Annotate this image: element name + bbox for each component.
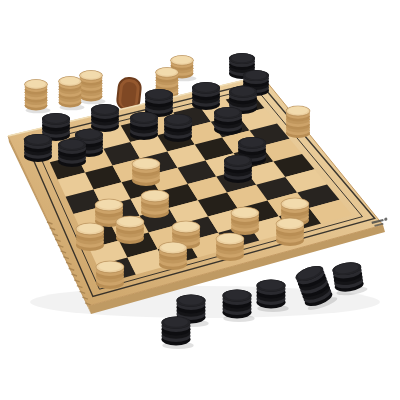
checker-wood[interactable] (96, 261, 124, 289)
checker-black[interactable] (58, 139, 86, 167)
checker-wood[interactable] (141, 190, 169, 218)
checker-wood[interactable] (116, 216, 144, 244)
checkers-board-photo (0, 0, 400, 400)
checker-wood[interactable] (159, 242, 187, 270)
checker-black[interactable] (332, 260, 368, 297)
checker-wood[interactable] (80, 71, 106, 105)
checker-wood[interactable] (132, 158, 160, 186)
checker-wood[interactable] (76, 223, 104, 251)
checker-wood[interactable] (216, 233, 244, 261)
checker-black[interactable] (223, 290, 255, 323)
checker-wood[interactable] (231, 207, 259, 235)
checker-black[interactable] (130, 112, 158, 140)
checker-black[interactable] (257, 280, 289, 313)
checker-black[interactable] (214, 107, 242, 135)
scene (0, 0, 400, 400)
checker-wood[interactable] (286, 106, 310, 138)
checker-black[interactable] (24, 134, 52, 162)
checker-black[interactable] (91, 104, 119, 132)
checker-black[interactable] (192, 82, 220, 110)
checker-wood[interactable] (276, 218, 304, 246)
checker-wood[interactable] (25, 80, 51, 114)
checker-black[interactable] (224, 155, 252, 183)
board (8, 76, 388, 314)
checker-black[interactable] (162, 317, 194, 350)
checker-wood[interactable] (59, 77, 85, 111)
checker-black[interactable] (164, 114, 192, 142)
